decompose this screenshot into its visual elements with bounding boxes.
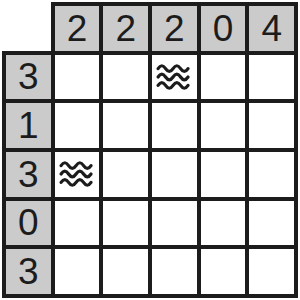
- cell-r2c5[interactable]: [249, 103, 294, 148]
- row-clue-3: 3: [6, 152, 51, 197]
- cell-r1c1[interactable]: [55, 55, 100, 100]
- cell-r4c2[interactable]: [103, 201, 148, 246]
- corner-spacer: [2, 2, 51, 51]
- cell-r3c4[interactable]: [201, 152, 246, 197]
- row-clue-4: 0: [6, 201, 51, 246]
- cell-r5c3[interactable]: [152, 249, 197, 294]
- cell-r3c2[interactable]: [103, 152, 148, 197]
- cell-r2c3[interactable]: [152, 103, 197, 148]
- cell-r4c5[interactable]: [249, 201, 294, 246]
- battleship-board: 2220431303: [2, 2, 298, 298]
- cell-r5c2[interactable]: [103, 249, 148, 294]
- row-clue-1: 3: [6, 55, 51, 100]
- cell-r3c3[interactable]: [152, 152, 197, 197]
- column-clue-1: 2: [55, 6, 100, 51]
- cell-r4c3[interactable]: [152, 201, 197, 246]
- cell-r1c4[interactable]: [201, 55, 246, 100]
- cell-r5c4[interactable]: [201, 249, 246, 294]
- row-clue-2: 1: [6, 103, 51, 148]
- water-icon: [155, 62, 193, 92]
- cell-r1c3[interactable]: [152, 55, 197, 100]
- cell-r3c1[interactable]: [55, 152, 100, 197]
- cell-r2c4[interactable]: [201, 103, 246, 148]
- cell-r4c1[interactable]: [55, 201, 100, 246]
- cell-r2c1[interactable]: [55, 103, 100, 148]
- column-clue-3: 2: [152, 6, 197, 51]
- cell-r5c1[interactable]: [55, 249, 100, 294]
- cell-r4c4[interactable]: [201, 201, 246, 246]
- cell-r1c2[interactable]: [103, 55, 148, 100]
- cell-r5c5[interactable]: [249, 249, 294, 294]
- column-clue-2: 2: [103, 6, 148, 51]
- column-clue-5: 4: [249, 6, 294, 51]
- column-clue-4: 0: [201, 6, 246, 51]
- cell-r3c5[interactable]: [249, 152, 294, 197]
- cell-r1c5[interactable]: [249, 55, 294, 100]
- row-clue-5: 3: [6, 249, 51, 294]
- cell-r2c2[interactable]: [103, 103, 148, 148]
- water-icon: [58, 159, 96, 189]
